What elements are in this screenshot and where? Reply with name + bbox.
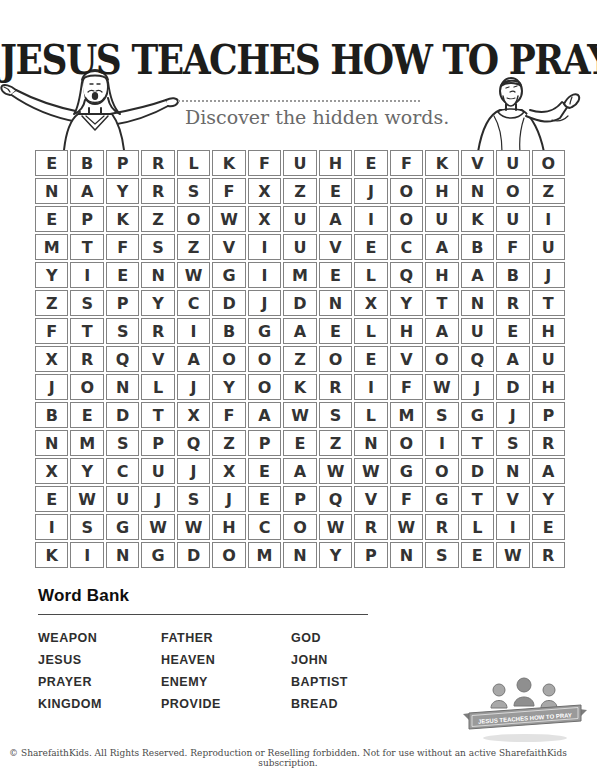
grid-cell-r8c9[interactable]: O (319, 346, 352, 372)
grid-cell-r11c14[interactable]: S (496, 430, 529, 456)
grid-cell-r10c11[interactable]: M (390, 402, 423, 428)
grid-cell-r15c14[interactable]: W (496, 542, 529, 568)
grid-cell-r1c5[interactable]: L (177, 150, 210, 176)
grid-cell-r2c5[interactable]: S (177, 178, 210, 204)
grid-cell-r6c11[interactable]: Y (390, 290, 423, 316)
grid-cell-r8c14[interactable]: A (496, 346, 529, 372)
grid-cell-r15c11[interactable]: N (390, 542, 423, 568)
grid-cell-r6c10[interactable]: X (354, 290, 387, 316)
grid-cell-r14c1[interactable]: I (35, 514, 68, 540)
grid-cell-r3c9[interactable]: A (319, 206, 352, 232)
grid-cell-r11c2[interactable]: M (70, 430, 103, 456)
grid-cell-r9c4[interactable]: L (141, 374, 174, 400)
grid-cell-r7c9[interactable]: E (319, 318, 352, 344)
word-bank-column: WEAPONJESUSPRAYERKINGDOM (38, 627, 161, 715)
dotted-divider (178, 100, 420, 102)
grid-cell-r5c4[interactable]: N (141, 262, 174, 288)
grid-cell-r8c1[interactable]: X (35, 346, 68, 372)
grid-cell-r4c7[interactable]: I (248, 234, 281, 260)
grid-cell-r8c13[interactable]: Q (461, 346, 494, 372)
grid-cell-r9c1[interactable]: J (35, 374, 68, 400)
grid-cell-r4c11[interactable]: C (390, 234, 423, 260)
grid-cell-r11c9[interactable]: Z (319, 430, 352, 456)
grid-cell-r6c12[interactable]: T (425, 290, 458, 316)
grid-cell-r9c8[interactable]: K (283, 374, 316, 400)
word-bank-item: ENEMY (161, 671, 291, 693)
grid-cell-r15c7[interactable]: M (248, 542, 281, 568)
grid-cell-r5c2[interactable]: I (70, 262, 103, 288)
grid-cell-r5c10[interactable]: L (354, 262, 387, 288)
grid-cell-r6c7[interactable]: J (248, 290, 281, 316)
grid-cell-r6c1[interactable]: Z (35, 290, 68, 316)
grid-cell-r14c8[interactable]: O (283, 514, 316, 540)
sharefaith-logo: JESUS TEACHES HOW TO PRAY (461, 676, 589, 750)
grid-cell-r13c2[interactable]: W (70, 486, 103, 512)
grid-cell-r12c11[interactable]: G (390, 458, 423, 484)
grid-cell-r8c6[interactable]: O (212, 346, 245, 372)
grid-cell-r4c10[interactable]: E (354, 234, 387, 260)
word-bank-column: GODJOHNBAPTISTBREAD (291, 627, 414, 715)
grid-cell-r2c9[interactable]: E (319, 178, 352, 204)
grid-cell-r7c2[interactable]: T (70, 318, 103, 344)
grid-cell-r5c12[interactable]: H (425, 262, 458, 288)
grid-cell-r1c9[interactable]: H (319, 150, 352, 176)
grid-cell-r2c11[interactable]: O (390, 178, 423, 204)
word-bank-item: PROVIDE (161, 693, 291, 715)
grid-cell-r10c9[interactable]: S (319, 402, 352, 428)
grid-cell-r12c4[interactable]: U (141, 458, 174, 484)
grid-cell-r10c4[interactable]: T (141, 402, 174, 428)
grid-cell-r13c9[interactable]: Q (319, 486, 352, 512)
grid-cell-r11c8[interactable]: E (283, 430, 316, 456)
grid-cell-r8c2[interactable]: R (70, 346, 103, 372)
grid-cell-r7c5[interactable]: I (177, 318, 210, 344)
subtitle: Discover the hidden words. (185, 106, 449, 128)
grid-cell-r15c9[interactable]: Y (319, 542, 352, 568)
grid-cell-r13c14[interactable]: V (496, 486, 529, 512)
grid-cell-r5c15[interactable]: J (532, 262, 565, 288)
grid-cell-r9c9[interactable]: R (319, 374, 352, 400)
grid-cell-r7c12[interactable]: A (425, 318, 458, 344)
grid-cell-r10c14[interactable]: J (496, 402, 529, 428)
grid-cell-r6c13[interactable]: N (461, 290, 494, 316)
page-title: JESUS TEACHES HOW TO PRAY (0, 36, 597, 83)
grid-cell-r9c11[interactable]: F (390, 374, 423, 400)
grid-cell-r4c5[interactable]: Z (177, 234, 210, 260)
grid-cell-r7c7[interactable]: G (248, 318, 281, 344)
grid-cell-r12c7[interactable]: E (248, 458, 281, 484)
grid-cell-r3c14[interactable]: U (496, 206, 529, 232)
grid-cell-r15c4[interactable]: G (141, 542, 174, 568)
grid-cell-r7c15[interactable]: H (532, 318, 565, 344)
grid-cell-r7c10[interactable]: L (354, 318, 387, 344)
grid-cell-r12c10[interactable]: W (354, 458, 387, 484)
grid-cell-r12c9[interactable]: W (319, 458, 352, 484)
grid-cell-r8c10[interactable]: E (354, 346, 387, 372)
grid-cell-r14c7[interactable]: C (248, 514, 281, 540)
grid-cell-r2c7[interactable]: X (248, 178, 281, 204)
grid-cell-r12c5[interactable]: J (177, 458, 210, 484)
grid-cell-r9c14[interactable]: D (496, 374, 529, 400)
grid-cell-r3c6[interactable]: W (212, 206, 245, 232)
grid-cell-r7c13[interactable]: U (461, 318, 494, 344)
grid-cell-r7c14[interactable]: E (496, 318, 529, 344)
grid-cell-r5c8[interactable]: M (283, 262, 316, 288)
grid-cell-r14c4[interactable]: W (141, 514, 174, 540)
grid-cell-r14c12[interactable]: R (425, 514, 458, 540)
grid-cell-r10c3[interactable]: D (106, 402, 139, 428)
grid-cell-r1c11[interactable]: F (390, 150, 423, 176)
grid-cell-r4c8[interactable]: U (283, 234, 316, 260)
grid-cell-r10c7[interactable]: A (248, 402, 281, 428)
grid-cell-r15c5[interactable]: D (177, 542, 210, 568)
grid-cell-r15c15[interactable]: R (532, 542, 565, 568)
word-bank-item: KINGDOM (38, 693, 161, 715)
grid-cell-r3c11[interactable]: O (390, 206, 423, 232)
grid-cell-r12c8[interactable]: A (283, 458, 316, 484)
grid-cell-r4c1[interactable]: M (35, 234, 68, 260)
grid-cell-r5c9[interactable]: E (319, 262, 352, 288)
grid-cell-r10c12[interactable]: S (425, 402, 458, 428)
grid-cell-r9c3[interactable]: N (106, 374, 139, 400)
grid-cell-r2c4[interactable]: R (141, 178, 174, 204)
grid-cell-r7c11[interactable]: H (390, 318, 423, 344)
grid-cell-r1c8[interactable]: U (283, 150, 316, 176)
grid-cell-r10c8[interactable]: W (283, 402, 316, 428)
grid-cell-r15c6[interactable]: O (212, 542, 245, 568)
grid-cell-r12c15[interactable]: A (532, 458, 565, 484)
grid-cell-r13c5[interactable]: S (177, 486, 210, 512)
page-root: JESUS TEACHES HOW TO PRAY (0, 0, 597, 776)
grid-cell-r14c5[interactable]: W (177, 514, 210, 540)
grid-cell-r9c5[interactable]: J (177, 374, 210, 400)
grid-cell-r8c11[interactable]: V (390, 346, 423, 372)
grid-cell-r7c6[interactable]: B (212, 318, 245, 344)
grid-cell-r2c1[interactable]: N (35, 178, 68, 204)
grid-cell-r12c13[interactable]: D (461, 458, 494, 484)
grid-cell-r11c13[interactable]: T (461, 430, 494, 456)
grid-cell-r9c6[interactable]: Y (212, 374, 245, 400)
grid-cell-r6c8[interactable]: D (283, 290, 316, 316)
grid-cell-r1c7[interactable]: F (248, 150, 281, 176)
disciple-drawing (440, 76, 597, 152)
grid-cell-r13c15[interactable]: Y (532, 486, 565, 512)
grid-cell-r8c12[interactable]: O (425, 346, 458, 372)
grid-cell-r9c15[interactable]: H (532, 374, 565, 400)
grid-cell-r1c13[interactable]: V (461, 150, 494, 176)
grid-cell-r3c15[interactable]: I (532, 206, 565, 232)
grid-cell-r12c6[interactable]: X (212, 458, 245, 484)
grid-cell-r11c6[interactable]: Z (212, 430, 245, 456)
grid-cell-r2c6[interactable]: F (212, 178, 245, 204)
grid-cell-r11c12[interactable]: I (425, 430, 458, 456)
word-bank-item: JOHN (291, 649, 414, 671)
grid-cell-r13c3[interactable]: U (106, 486, 139, 512)
grid-cell-r5c7[interactable]: I (248, 262, 281, 288)
grid-cell-r9c2[interactable]: O (70, 374, 103, 400)
grid-cell-r15c13[interactable]: E (461, 542, 494, 568)
word-bank-item: FATHER (161, 627, 291, 649)
grid-cell-r10c10[interactable]: L (354, 402, 387, 428)
grid-cell-r12c14[interactable]: N (496, 458, 529, 484)
word-bank-columns: WEAPONJESUSPRAYERKINGDOM FATHERHEAVENENE… (38, 627, 438, 715)
grid-cell-r2c15[interactable]: Z (532, 178, 565, 204)
grid-cell-r3c2[interactable]: P (70, 206, 103, 232)
grid-cell-r6c14[interactable]: R (496, 290, 529, 316)
grid-cell-r4c9[interactable]: V (319, 234, 352, 260)
grid-cell-r5c6[interactable]: G (212, 262, 245, 288)
grid-cell-r2c14[interactable]: O (496, 178, 529, 204)
grid-cell-r2c10[interactable]: J (354, 178, 387, 204)
grid-cell-r5c3[interactable]: E (106, 262, 139, 288)
grid-cell-r9c12[interactable]: W (425, 374, 458, 400)
grid-cell-r4c3[interactable]: F (106, 234, 139, 260)
footer-copyright: © SharefaithKids. All Rights Reserved. R… (0, 748, 576, 768)
grid-cell-r11c15[interactable]: R (532, 430, 565, 456)
word-bank-item: BAPTIST (291, 671, 414, 693)
grid-cell-r4c4[interactable]: S (141, 234, 174, 260)
grid-cell-r15c3[interactable]: N (106, 542, 139, 568)
grid-cell-r14c9[interactable]: W (319, 514, 352, 540)
grid-cell-r13c7[interactable]: E (248, 486, 281, 512)
grid-cell-r7c4[interactable]: R (141, 318, 174, 344)
grid-cell-r1c2[interactable]: B (70, 150, 103, 176)
grid-cell-r3c1[interactable]: E (35, 206, 68, 232)
grid-cell-r11c7[interactable]: P (248, 430, 281, 456)
grid-cell-r3c8[interactable]: U (283, 206, 316, 232)
word-bank-section: Word Bank WEAPONJESUSPRAYERKINGDOM FATHE… (38, 586, 438, 715)
grid-cell-r1c14[interactable]: U (496, 150, 529, 176)
grid-cell-r2c13[interactable]: N (461, 178, 494, 204)
word-bank-item: WEAPON (38, 627, 161, 649)
grid-cell-r2c12[interactable]: H (425, 178, 458, 204)
grid-cell-r13c10[interactable]: V (354, 486, 387, 512)
word-bank-item: HEAVEN (161, 649, 291, 671)
grid-cell-r9c7[interactable]: O (248, 374, 281, 400)
grid-cell-r6c3[interactable]: P (106, 290, 139, 316)
grid-cell-r12c2[interactable]: Y (70, 458, 103, 484)
grid-cell-r3c12[interactable]: U (425, 206, 458, 232)
grid-cell-r14c2[interactable]: S (70, 514, 103, 540)
grid-cell-r13c8[interactable]: P (283, 486, 316, 512)
grid-cell-r8c15[interactable]: U (532, 346, 565, 372)
grid-cell-r10c5[interactable]: X (177, 402, 210, 428)
grid-cell-r8c7[interactable]: O (248, 346, 281, 372)
grid-cell-r13c6[interactable]: J (212, 486, 245, 512)
grid-cell-r4c6[interactable]: V (212, 234, 245, 260)
grid-cell-r14c10[interactable]: R (354, 514, 387, 540)
grid-cell-r11c1[interactable]: N (35, 430, 68, 456)
grid-cell-r1c4[interactable]: R (141, 150, 174, 176)
grid-cell-r3c5[interactable]: O (177, 206, 210, 232)
grid-cell-r12c12[interactable]: O (425, 458, 458, 484)
grid-cell-r4c15[interactable]: U (532, 234, 565, 260)
grid-cell-r13c1[interactable]: E (35, 486, 68, 512)
grid-cell-r10c6[interactable]: F (212, 402, 245, 428)
grid-cell-r4c2[interactable]: T (70, 234, 103, 260)
grid-cell-r14c15[interactable]: E (532, 514, 565, 540)
grid-cell-r12c1[interactable]: X (35, 458, 68, 484)
grid-cell-r2c8[interactable]: Z (283, 178, 316, 204)
grid-cell-r6c5[interactable]: C (177, 290, 210, 316)
grid-cell-r9c10[interactable]: I (354, 374, 387, 400)
grid-cell-r5c5[interactable]: W (177, 262, 210, 288)
grid-cell-r12c3[interactable]: C (106, 458, 139, 484)
grid-cell-r1c15[interactable]: O (532, 150, 565, 176)
grid-cell-r14c3[interactable]: G (106, 514, 139, 540)
grid-cell-r4c14[interactable]: F (496, 234, 529, 260)
grid-cell-r9c13[interactable]: J (461, 374, 494, 400)
word-search-grid: EBPRLKFUHEFKVUONAYRSFXZEJOHNOZEPKZOWXUAI… (35, 150, 565, 568)
grid-cell-r11c4[interactable]: P (141, 430, 174, 456)
grid-cell-r5c11[interactable]: Q (390, 262, 423, 288)
grid-cell-r10c13[interactable]: G (461, 402, 494, 428)
grid-cell-r8c5[interactable]: A (177, 346, 210, 372)
grid-cell-r11c11[interactable]: O (390, 430, 423, 456)
grid-cell-r3c13[interactable]: K (461, 206, 494, 232)
grid-cell-r10c2[interactable]: E (70, 402, 103, 428)
grid-cell-r1c6[interactable]: K (212, 150, 245, 176)
grid-cell-r5c14[interactable]: B (496, 262, 529, 288)
grid-cell-r5c13[interactable]: A (461, 262, 494, 288)
grid-cell-r11c5[interactable]: Q (177, 430, 210, 456)
grid-cell-r1c10[interactable]: E (354, 150, 387, 176)
grid-cell-r15c10[interactable]: P (354, 542, 387, 568)
grid-cell-r6c4[interactable]: Y (141, 290, 174, 316)
word-bank-item: GOD (291, 627, 414, 649)
word-bank-heading: Word Bank (38, 586, 438, 606)
grid-cell-r6c15[interactable]: T (532, 290, 565, 316)
grid-cell-r13c13[interactable]: T (461, 486, 494, 512)
grid-cell-r11c3[interactable]: S (106, 430, 139, 456)
grid-cell-r8c3[interactable]: Q (106, 346, 139, 372)
grid-cell-r7c8[interactable]: A (283, 318, 316, 344)
grid-cell-r3c3[interactable]: K (106, 206, 139, 232)
grid-cell-r14c6[interactable]: H (212, 514, 245, 540)
grid-cell-r3c7[interactable]: X (248, 206, 281, 232)
grid-cell-r13c4[interactable]: J (141, 486, 174, 512)
word-bank-column: FATHERHEAVENENEMYPROVIDE (161, 627, 291, 715)
disciple-illustration (440, 76, 597, 152)
grid-cell-r8c4[interactable]: V (141, 346, 174, 372)
grid-cell-r11c10[interactable]: N (354, 430, 387, 456)
grid-cell-r5c1[interactable]: Y (35, 262, 68, 288)
grid-cell-r3c4[interactable]: Z (141, 206, 174, 232)
grid-cell-r7c3[interactable]: S (106, 318, 139, 344)
grid-cell-r4c12[interactable]: A (425, 234, 458, 260)
grid-cell-r1c3[interactable]: P (106, 150, 139, 176)
grid-cell-r6c6[interactable]: D (212, 290, 245, 316)
grid-cell-r1c12[interactable]: K (425, 150, 458, 176)
grid-cell-r4c13[interactable]: B (461, 234, 494, 260)
grid-cell-r7c1[interactable]: F (35, 318, 68, 344)
grid-cell-r1c1[interactable]: E (35, 150, 68, 176)
grid-cell-r15c12[interactable]: S (425, 542, 458, 568)
word-bank-item: JESUS (38, 649, 161, 671)
grid-cell-r14c11[interactable]: W (390, 514, 423, 540)
grid-cell-r13c11[interactable]: F (390, 486, 423, 512)
logo-drawing: JESUS TEACHES HOW TO PRAY (461, 676, 589, 746)
grid-cell-r10c15[interactable]: P (532, 402, 565, 428)
grid-cell-r10c1[interactable]: B (35, 402, 68, 428)
grid-cell-r14c14[interactable]: I (496, 514, 529, 540)
grid-cell-r6c9[interactable]: N (319, 290, 352, 316)
grid-cell-r8c8[interactable]: Z (283, 346, 316, 372)
grid-cell-r15c2[interactable]: I (70, 542, 103, 568)
word-bank-item: PRAYER (38, 671, 161, 693)
grid-cell-r14c13[interactable]: L (461, 514, 494, 540)
word-bank-item: BREAD (291, 693, 414, 715)
word-bank-divider (38, 614, 368, 615)
grid-cell-r6c2[interactable]: S (70, 290, 103, 316)
grid-cell-r2c3[interactable]: Y (106, 178, 139, 204)
grid-cell-r15c8[interactable]: N (283, 542, 316, 568)
grid-cell-r2c2[interactable]: A (70, 178, 103, 204)
grid-cell-r3c10[interactable]: I (354, 206, 387, 232)
grid-cell-r15c1[interactable]: K (35, 542, 68, 568)
grid-cell-r13c12[interactable]: G (425, 486, 458, 512)
